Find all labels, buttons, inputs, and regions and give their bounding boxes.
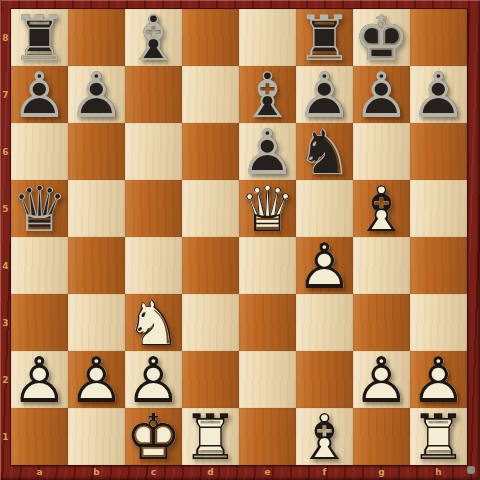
piece-white-pawn[interactable]: ♟♙ <box>68 351 125 408</box>
piece-black-queen[interactable]: ♛♕ <box>11 180 68 237</box>
piece-glyph-outline: ♕ <box>239 181 296 238</box>
file-label-b: b <box>68 465 125 480</box>
piece-glyph-outline: ♗ <box>353 181 410 238</box>
piece-white-queen[interactable]: ♛♕ <box>239 180 296 237</box>
square-g8[interactable]: ♚♔ <box>353 9 410 66</box>
rank-label-7: 7 <box>0 66 11 123</box>
piece-white-pawn[interactable]: ♟♙ <box>296 237 353 294</box>
file-label-a: a <box>11 465 68 480</box>
square-c5[interactable] <box>125 180 182 237</box>
square-a4[interactable] <box>11 237 68 294</box>
square-d6[interactable] <box>182 123 239 180</box>
square-e5[interactable]: ♛♕ <box>239 180 296 237</box>
square-h7[interactable]: ♟♙ <box>410 66 467 123</box>
piece-white-rook[interactable]: ♜♖ <box>182 408 239 465</box>
square-b7[interactable]: ♟♙ <box>68 66 125 123</box>
piece-glyph-outline: ♗ <box>125 10 182 67</box>
piece-black-bishop[interactable]: ♝♗ <box>125 9 182 66</box>
file-label-c: c <box>125 465 182 480</box>
piece-black-pawn[interactable]: ♟♙ <box>296 66 353 123</box>
piece-glyph-outline: ♙ <box>68 352 125 409</box>
piece-black-king[interactable]: ♚♔ <box>353 9 410 66</box>
square-c4[interactable] <box>125 237 182 294</box>
square-c7[interactable] <box>125 66 182 123</box>
square-a2[interactable]: ♟♙ <box>11 351 68 408</box>
square-f8[interactable]: ♜♖ <box>296 9 353 66</box>
piece-glyph-outline: ♔ <box>125 409 182 466</box>
square-d2[interactable] <box>182 351 239 408</box>
square-d5[interactable] <box>182 180 239 237</box>
square-h6[interactable] <box>410 123 467 180</box>
piece-black-pawn[interactable]: ♟♙ <box>410 66 467 123</box>
square-e1[interactable] <box>239 408 296 465</box>
square-h5[interactable] <box>410 180 467 237</box>
square-f7[interactable]: ♟♙ <box>296 66 353 123</box>
piece-black-rook[interactable]: ♜♖ <box>296 9 353 66</box>
square-f6[interactable]: ♞♘ <box>296 123 353 180</box>
chess-board-frame: 87654321 ♜♖♝♗♜♖♚♔♟♙♟♙♝♗♟♙♟♙♟♙♟♙♞♘♛♕♛♕♝♗♟… <box>0 0 480 480</box>
file-label-g: g <box>353 465 410 480</box>
square-d1[interactable]: ♜♖ <box>182 408 239 465</box>
piece-white-pawn[interactable]: ♟♙ <box>11 351 68 408</box>
piece-white-pawn[interactable]: ♟♙ <box>353 351 410 408</box>
square-b2[interactable]: ♟♙ <box>68 351 125 408</box>
piece-white-knight[interactable]: ♞♘ <box>125 294 182 351</box>
file-label-e: e <box>239 465 296 480</box>
square-e3[interactable] <box>239 294 296 351</box>
square-a5[interactable]: ♛♕ <box>11 180 68 237</box>
rank-label-6: 6 <box>0 123 11 180</box>
square-g6[interactable] <box>353 123 410 180</box>
square-c8[interactable]: ♝♗ <box>125 9 182 66</box>
rank-labels: 87654321 <box>0 9 11 465</box>
rank-label-5: 5 <box>0 180 11 237</box>
rank-label-2: 2 <box>0 351 11 408</box>
square-d4[interactable] <box>182 237 239 294</box>
square-a6[interactable] <box>11 123 68 180</box>
piece-glyph-outline: ♙ <box>353 67 410 124</box>
square-f4[interactable]: ♟♙ <box>296 237 353 294</box>
square-g4[interactable] <box>353 237 410 294</box>
board: ♜♖♝♗♜♖♚♔♟♙♟♙♝♗♟♙♟♙♟♙♟♙♞♘♛♕♛♕♝♗♟♙♞♘♟♙♟♙♟♙… <box>11 9 467 465</box>
square-f5[interactable] <box>296 180 353 237</box>
piece-white-bishop[interactable]: ♝♗ <box>353 180 410 237</box>
square-b1[interactable] <box>68 408 125 465</box>
rank-label-8: 8 <box>0 9 11 66</box>
file-label-h: h <box>410 465 467 480</box>
piece-black-pawn[interactable]: ♟♙ <box>11 66 68 123</box>
square-b3[interactable] <box>68 294 125 351</box>
square-d3[interactable] <box>182 294 239 351</box>
rank-label-3: 3 <box>0 294 11 351</box>
square-b4[interactable] <box>68 237 125 294</box>
piece-black-rook[interactable]: ♜♖ <box>11 9 68 66</box>
square-d8[interactable] <box>182 9 239 66</box>
square-b5[interactable] <box>68 180 125 237</box>
file-labels: abcdefgh <box>11 465 467 480</box>
piece-white-bishop[interactable]: ♝♗ <box>296 408 353 465</box>
piece-glyph-outline: ♙ <box>11 67 68 124</box>
square-e4[interactable] <box>239 237 296 294</box>
square-h1[interactable]: ♜♖ <box>410 408 467 465</box>
piece-white-king[interactable]: ♚♔ <box>125 408 182 465</box>
square-b6[interactable] <box>68 123 125 180</box>
piece-glyph-outline: ♙ <box>296 238 353 295</box>
piece-glyph-outline: ♙ <box>11 352 68 409</box>
piece-white-rook[interactable]: ♜♖ <box>410 408 467 465</box>
square-c2[interactable]: ♟♙ <box>125 351 182 408</box>
square-g1[interactable] <box>353 408 410 465</box>
piece-black-pawn[interactable]: ♟♙ <box>239 123 296 180</box>
piece-glyph-outline: ♙ <box>353 352 410 409</box>
square-e6[interactable]: ♟♙ <box>239 123 296 180</box>
corner-badge <box>467 466 475 474</box>
square-f1[interactable]: ♝♗ <box>296 408 353 465</box>
square-h8[interactable] <box>410 9 467 66</box>
file-label-f: f <box>296 465 353 480</box>
square-a3[interactable] <box>11 294 68 351</box>
piece-white-pawn[interactable]: ♟♙ <box>410 351 467 408</box>
square-c6[interactable] <box>125 123 182 180</box>
square-b8[interactable] <box>68 9 125 66</box>
square-e8[interactable] <box>239 9 296 66</box>
square-g5[interactable]: ♝♗ <box>353 180 410 237</box>
square-e7[interactable]: ♝♗ <box>239 66 296 123</box>
square-f2[interactable] <box>296 351 353 408</box>
square-h2[interactable]: ♟♙ <box>410 351 467 408</box>
square-a7[interactable]: ♟♙ <box>11 66 68 123</box>
square-a8[interactable]: ♜♖ <box>11 9 68 66</box>
piece-white-pawn[interactable]: ♟♙ <box>125 351 182 408</box>
square-e2[interactable] <box>239 351 296 408</box>
piece-glyph-outline: ♙ <box>410 67 467 124</box>
square-h3[interactable] <box>410 294 467 351</box>
piece-black-bishop[interactable]: ♝♗ <box>239 66 296 123</box>
square-d7[interactable] <box>182 66 239 123</box>
square-c1[interactable]: ♚♔ <box>125 408 182 465</box>
square-a1[interactable] <box>11 408 68 465</box>
square-c3[interactable]: ♞♘ <box>125 294 182 351</box>
piece-glyph-outline: ♖ <box>410 409 467 466</box>
square-g3[interactable] <box>353 294 410 351</box>
rank-label-1: 1 <box>0 408 11 465</box>
square-f3[interactable] <box>296 294 353 351</box>
square-g2[interactable]: ♟♙ <box>353 351 410 408</box>
square-g7[interactable]: ♟♙ <box>353 66 410 123</box>
piece-glyph-outline: ♕ <box>11 181 68 238</box>
rank-label-4: 4 <box>0 237 11 294</box>
piece-black-pawn[interactable]: ♟♙ <box>68 66 125 123</box>
piece-glyph-outline: ♘ <box>296 124 353 181</box>
piece-glyph-outline: ♙ <box>68 67 125 124</box>
piece-black-knight[interactable]: ♞♘ <box>296 123 353 180</box>
square-h4[interactable] <box>410 237 467 294</box>
file-label-d: d <box>182 465 239 480</box>
piece-glyph-outline: ♖ <box>182 409 239 466</box>
piece-glyph-outline: ♗ <box>296 409 353 466</box>
piece-black-pawn[interactable]: ♟♙ <box>353 66 410 123</box>
